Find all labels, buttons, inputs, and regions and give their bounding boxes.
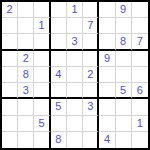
cell-r4c6[interactable]	[83, 51, 99, 67]
cell-r2c4[interactable]	[51, 18, 67, 34]
cell-r6c7[interactable]	[99, 83, 115, 99]
cell-r6c1[interactable]	[2, 83, 18, 99]
cell-r9c9[interactable]	[132, 132, 148, 148]
cell-r9c6[interactable]	[83, 132, 99, 148]
cell-r1c8-given[interactable]: 9	[116, 2, 132, 18]
cell-r5c4-given[interactable]: 4	[51, 67, 67, 83]
cell-r9c3[interactable]	[34, 132, 50, 148]
cell-r1c1-given[interactable]: 2	[2, 2, 18, 18]
cell-r4c1[interactable]	[2, 51, 18, 67]
cell-r1c4[interactable]	[51, 2, 67, 18]
cell-r2c6-given[interactable]: 7	[83, 18, 99, 34]
cell-r3c1[interactable]	[2, 34, 18, 50]
cell-r2c5[interactable]	[67, 18, 83, 34]
cell-r2c3-given[interactable]: 1	[34, 18, 50, 34]
cell-r9c8[interactable]	[116, 132, 132, 148]
cell-r6c8-given[interactable]: 5	[116, 83, 132, 99]
cell-r5c5[interactable]	[67, 67, 83, 83]
cell-r5c1[interactable]	[2, 67, 18, 83]
cell-r7c9[interactable]	[132, 99, 148, 115]
cell-r4c8[interactable]	[116, 51, 132, 67]
cell-r6c9-given[interactable]: 6	[132, 83, 148, 99]
cell-r8c8[interactable]	[116, 116, 132, 132]
cell-r5c6-given[interactable]: 2	[83, 67, 99, 83]
cell-r5c3[interactable]	[34, 67, 50, 83]
cell-r2c8[interactable]	[116, 18, 132, 34]
cell-r7c1[interactable]	[2, 99, 18, 115]
cell-r3c4[interactable]	[51, 34, 67, 50]
cell-r7c2[interactable]	[18, 99, 34, 115]
cell-r3c5-given[interactable]: 3	[67, 34, 83, 50]
cell-r7c5[interactable]	[67, 99, 83, 115]
cell-r8c3-given[interactable]: 5	[34, 116, 50, 132]
cell-r4c5[interactable]	[67, 51, 83, 67]
cell-r6c6[interactable]	[83, 83, 99, 99]
cell-r4c4[interactable]	[51, 51, 67, 67]
cell-r1c6[interactable]	[83, 2, 99, 18]
cell-r7c6-given[interactable]: 3	[83, 99, 99, 115]
cell-r9c7-given[interactable]: 4	[99, 132, 115, 148]
cell-r3c8-given[interactable]: 8	[116, 34, 132, 50]
cell-r7c7[interactable]	[99, 99, 115, 115]
cell-r6c2-given[interactable]: 3	[18, 83, 34, 99]
sudoku-board: 2191738729842356535184	[0, 0, 150, 150]
cell-r3c9-given[interactable]: 7	[132, 34, 148, 50]
cell-r9c4-given[interactable]: 8	[51, 132, 67, 148]
cell-r2c1[interactable]	[2, 18, 18, 34]
cell-r2c9[interactable]	[132, 18, 148, 34]
cell-r7c8[interactable]	[116, 99, 132, 115]
cell-r1c3[interactable]	[34, 2, 50, 18]
cell-r8c1[interactable]	[2, 116, 18, 132]
cell-r8c6[interactable]	[83, 116, 99, 132]
cell-r5c8[interactable]	[116, 67, 132, 83]
cell-r4c9[interactable]	[132, 51, 148, 67]
cell-r4c3[interactable]	[34, 51, 50, 67]
cell-r5c7[interactable]	[99, 67, 115, 83]
cell-r5c2-given[interactable]: 8	[18, 67, 34, 83]
cell-r1c7[interactable]	[99, 2, 115, 18]
cell-r5c9[interactable]	[132, 67, 148, 83]
cell-r3c3[interactable]	[34, 34, 50, 50]
cell-r6c5[interactable]	[67, 83, 83, 99]
cell-r4c7-given[interactable]: 9	[99, 51, 115, 67]
cell-r4c2-given[interactable]: 2	[18, 51, 34, 67]
cell-r8c4[interactable]	[51, 116, 67, 132]
cell-r2c7[interactable]	[99, 18, 115, 34]
cell-r9c5[interactable]	[67, 132, 83, 148]
cell-r9c2[interactable]	[18, 132, 34, 148]
cell-r3c6[interactable]	[83, 34, 99, 50]
cell-r1c2[interactable]	[18, 2, 34, 18]
cell-r6c4[interactable]	[51, 83, 67, 99]
cell-r3c7[interactable]	[99, 34, 115, 50]
cell-r9c1[interactable]	[2, 132, 18, 148]
cell-r3c2[interactable]	[18, 34, 34, 50]
cell-r7c4-given[interactable]: 5	[51, 99, 67, 115]
cell-r8c2[interactable]	[18, 116, 34, 132]
cell-r8c5[interactable]	[67, 116, 83, 132]
cell-r1c9[interactable]	[132, 2, 148, 18]
cell-r7c3[interactable]	[34, 99, 50, 115]
cell-r6c3[interactable]	[34, 83, 50, 99]
cell-r1c5-given[interactable]: 1	[67, 2, 83, 18]
cell-r8c7[interactable]	[99, 116, 115, 132]
cell-r8c9-given[interactable]: 1	[132, 116, 148, 132]
cell-r2c2[interactable]	[18, 18, 34, 34]
